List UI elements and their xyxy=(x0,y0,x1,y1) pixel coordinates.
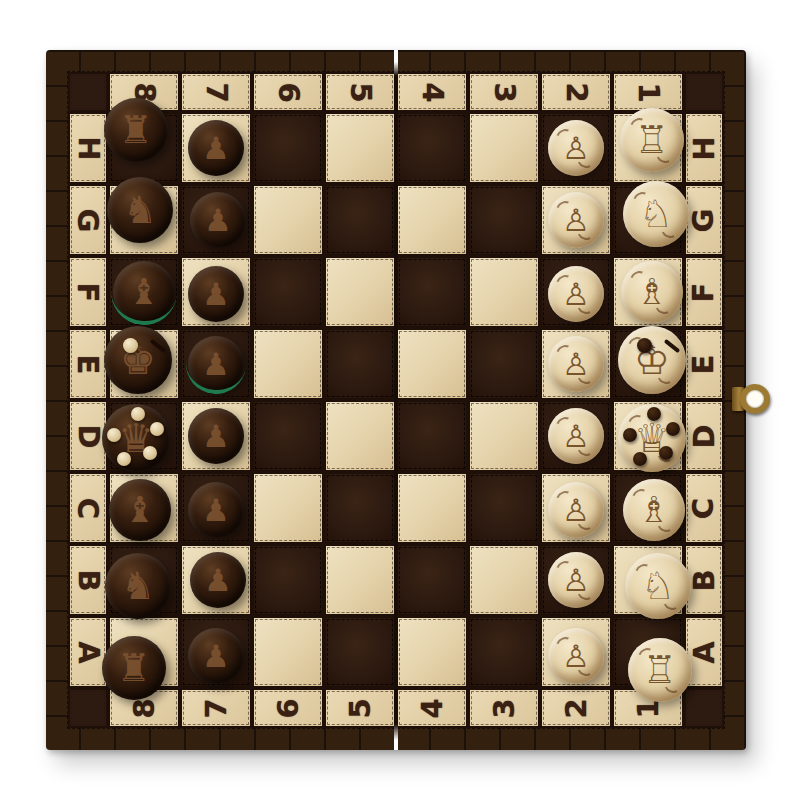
coordinate-label-left-A: A xyxy=(68,616,108,688)
square-e1[interactable]: ♔ xyxy=(612,328,684,400)
piece-white-pawn-d2[interactable]: ♙ xyxy=(548,408,604,464)
coordinate-label-right-D: D xyxy=(684,400,724,472)
square-g2[interactable]: ♙ xyxy=(540,184,612,256)
piece-black-pawn-g7[interactable]: ♟ xyxy=(190,192,246,248)
coordinate-text: 6 xyxy=(274,698,303,718)
pawn-glyph: ♙ xyxy=(562,641,590,672)
frame-corner-cell xyxy=(684,72,724,112)
coordinate-text: 2 xyxy=(562,82,591,102)
square-h6[interactable] xyxy=(252,112,324,184)
coordinate-label-left-C: C xyxy=(68,472,108,544)
square-a2[interactable]: ♙ xyxy=(540,616,612,688)
coordinate-text: 3 xyxy=(490,698,519,718)
coordinate-text: 5 xyxy=(346,698,375,718)
square-g1[interactable]: ♘ xyxy=(612,184,684,256)
coordinate-label-top-1: 1 xyxy=(612,72,684,112)
square-f3[interactable] xyxy=(468,256,540,328)
knight-glyph: ♘ xyxy=(639,195,673,233)
coordinate-text: 2 xyxy=(562,698,591,718)
rook-glyph: ♖ xyxy=(643,651,677,689)
square-f2[interactable]: ♙ xyxy=(540,256,612,328)
piece-black-knight-b8[interactable]: ♞ xyxy=(105,553,171,619)
coordinate-text: F xyxy=(690,282,719,302)
coordinate-text: 7 xyxy=(202,698,231,718)
coordinate-text: 5 xyxy=(346,82,375,102)
piece-white-knight-g1[interactable]: ♘ xyxy=(623,181,689,247)
square-b6[interactable] xyxy=(252,544,324,616)
coordinate-label-right-E: E xyxy=(684,328,724,400)
coordinate-label-left-H: H xyxy=(68,112,108,184)
square-h1[interactable]: ♖ xyxy=(612,112,684,184)
coordinate-label-left-G: G xyxy=(68,184,108,256)
coordinate-text: 4 xyxy=(418,82,447,102)
coordinate-label-bottom-4: 4 xyxy=(396,688,468,728)
coordinate-text: 3 xyxy=(490,82,519,102)
piece-white-pawn-f2[interactable]: ♙ xyxy=(548,266,604,322)
coordinate-label-top-4: 4 xyxy=(396,72,468,112)
coordinate-label-right-H: H xyxy=(684,112,724,184)
pawn-glyph: ♟ xyxy=(204,565,232,596)
piece-black-bishop-c8[interactable]: ♝ xyxy=(109,479,171,541)
coordinate-text: B xyxy=(689,569,718,591)
piece-black-queen-d8[interactable]: ♛ xyxy=(102,404,170,472)
coordinate-text: C xyxy=(689,497,718,518)
square-d1[interactable]: ♕ xyxy=(612,400,684,472)
piece-white-rook-h1[interactable]: ♖ xyxy=(620,108,684,172)
queen-glyph: ♕ xyxy=(634,418,670,458)
square-c3[interactable] xyxy=(468,472,540,544)
coordinate-label-right-C: C xyxy=(684,472,724,544)
square-e6[interactable] xyxy=(252,328,324,400)
piece-black-knight-g8[interactable]: ♞ xyxy=(107,177,173,243)
coordinate-label-right-F: F xyxy=(684,256,724,328)
coordinate-label-top-6: 6 xyxy=(252,72,324,112)
frame-corner-cell xyxy=(68,688,108,728)
pawn-glyph: ♙ xyxy=(562,495,590,526)
piece-black-pawn-d7[interactable]: ♟ xyxy=(188,408,244,464)
bishop-glyph: ♗ xyxy=(638,492,670,528)
square-d7[interactable]: ♟ xyxy=(180,400,252,472)
piece-white-pawn-b2[interactable]: ♙ xyxy=(548,552,604,608)
coordinate-text: H xyxy=(690,136,719,160)
square-g4[interactable] xyxy=(396,184,468,256)
piece-black-rook-a8[interactable]: ♜ xyxy=(102,636,166,700)
frame-corner-cell xyxy=(684,688,724,728)
square-g8[interactable]: ♞ xyxy=(108,184,180,256)
queen-glyph: ♛ xyxy=(118,418,154,458)
square-d3[interactable] xyxy=(468,400,540,472)
square-d5[interactable] xyxy=(324,400,396,472)
square-d6[interactable] xyxy=(252,400,324,472)
pawn-glyph: ♟ xyxy=(202,349,230,380)
coordinate-label-top-7: 7 xyxy=(180,72,252,112)
coordinate-label-bottom-7: 7 xyxy=(180,688,252,728)
coordinate-text: 8 xyxy=(130,698,159,718)
piece-black-king-e8[interactable]: ♚ xyxy=(104,326,172,394)
square-g6[interactable] xyxy=(252,184,324,256)
coordinate-text: E xyxy=(74,354,103,374)
pawn-glyph: ♙ xyxy=(562,133,590,164)
square-f8[interactable]: ♝ xyxy=(108,256,180,328)
bishop-glyph: ♝ xyxy=(128,274,160,310)
square-a4[interactable] xyxy=(396,616,468,688)
rook-glyph: ♜ xyxy=(119,111,153,149)
coordinate-text: G xyxy=(690,208,719,232)
square-g3[interactable] xyxy=(468,184,540,256)
square-h2[interactable]: ♙ xyxy=(540,112,612,184)
latch-clasp[interactable] xyxy=(732,380,766,418)
coordinate-text: H xyxy=(74,136,103,160)
piece-white-pawn-c2[interactable]: ♙ xyxy=(548,482,604,538)
piece-white-pawn-g2[interactable]: ♙ xyxy=(548,192,604,248)
pawn-glyph: ♟ xyxy=(204,205,232,236)
fold-seam xyxy=(394,50,398,750)
piece-white-king-e1[interactable]: ♔ xyxy=(618,326,686,394)
piece-white-pawn-h2[interactable]: ♙ xyxy=(548,120,604,176)
square-f1[interactable]: ♗ xyxy=(612,256,684,328)
coordinate-label-top-2: 2 xyxy=(540,72,612,112)
square-b8[interactable]: ♞ xyxy=(108,544,180,616)
coordinate-text: 6 xyxy=(274,82,303,102)
square-c5[interactable] xyxy=(324,472,396,544)
photo-background: 87654321H♜♟♙♖HG♞♟♙♘GF♝♟♙♗FE♚♟♙♔ED♛♟♙♕DC♝… xyxy=(0,0,800,800)
piece-black-rook-h8[interactable]: ♜ xyxy=(104,98,168,162)
square-f7[interactable]: ♟ xyxy=(180,256,252,328)
square-f4[interactable] xyxy=(396,256,468,328)
piece-white-bishop-f1[interactable]: ♗ xyxy=(621,261,683,323)
square-b2[interactable]: ♙ xyxy=(540,544,612,616)
bishop-glyph: ♝ xyxy=(124,492,156,528)
pawn-glyph: ♟ xyxy=(202,421,230,452)
coordinate-text: G xyxy=(74,208,103,232)
square-a7[interactable]: ♟ xyxy=(180,616,252,688)
square-h5[interactable] xyxy=(324,112,396,184)
square-e8[interactable]: ♚ xyxy=(108,328,180,400)
square-b7[interactable]: ♟ xyxy=(180,544,252,616)
coordinate-label-bottom-6: 6 xyxy=(252,688,324,728)
pawn-glyph: ♟ xyxy=(202,133,230,164)
latch-ring-icon xyxy=(740,384,770,414)
piece-black-pawn-b7[interactable]: ♟ xyxy=(190,552,246,608)
square-e7[interactable]: ♟ xyxy=(180,328,252,400)
piece-black-bishop-f8[interactable]: ♝ xyxy=(113,261,175,323)
coordinate-label-top-3: 3 xyxy=(468,72,540,112)
square-d2[interactable]: ♙ xyxy=(540,400,612,472)
square-e2[interactable]: ♙ xyxy=(540,328,612,400)
rook-glyph: ♜ xyxy=(117,649,151,687)
square-a3[interactable] xyxy=(468,616,540,688)
coordinate-text: E xyxy=(690,354,719,374)
piece-white-pawn-a2[interactable]: ♙ xyxy=(548,628,604,684)
square-d8[interactable]: ♛ xyxy=(108,400,180,472)
square-b5[interactable] xyxy=(324,544,396,616)
pawn-glyph: ♙ xyxy=(562,421,590,452)
pawn-glyph: ♙ xyxy=(562,205,590,236)
square-b4[interactable] xyxy=(396,544,468,616)
knight-glyph: ♞ xyxy=(123,191,157,229)
chess-board: 87654321H♜♟♙♖HG♞♟♙♘GF♝♟♙♗FE♚♟♙♔ED♛♟♙♕DC♝… xyxy=(46,50,746,750)
rook-glyph: ♖ xyxy=(635,121,669,159)
pawn-glyph: ♙ xyxy=(562,279,590,310)
square-e5[interactable] xyxy=(324,328,396,400)
piece-white-rook-a1[interactable]: ♖ xyxy=(628,638,692,702)
square-a8[interactable]: ♜ xyxy=(108,616,180,688)
square-c4[interactable] xyxy=(396,472,468,544)
square-e4[interactable] xyxy=(396,328,468,400)
piece-black-pawn-f7[interactable]: ♟ xyxy=(188,266,244,322)
bishop-glyph: ♗ xyxy=(636,274,668,310)
coordinate-label-bottom-2: 2 xyxy=(540,688,612,728)
coordinate-text: D xyxy=(689,424,718,448)
coordinate-text: 1 xyxy=(634,82,663,102)
coordinate-label-top-5: 5 xyxy=(324,72,396,112)
square-c2[interactable]: ♙ xyxy=(540,472,612,544)
coordinate-label-bottom-5: 5 xyxy=(324,688,396,728)
square-g7[interactable]: ♟ xyxy=(180,184,252,256)
square-b1[interactable]: ♘ xyxy=(612,544,684,616)
pawn-glyph: ♟ xyxy=(202,495,230,526)
square-h7[interactable]: ♟ xyxy=(180,112,252,184)
coordinate-text: F xyxy=(74,282,103,302)
square-h3[interactable] xyxy=(468,112,540,184)
piece-black-pawn-a7[interactable]: ♟ xyxy=(188,628,244,684)
coordinate-text: A xyxy=(689,641,718,663)
coordinate-label-left-B: B xyxy=(68,544,108,616)
square-a1[interactable]: ♖ xyxy=(612,616,684,688)
square-h4[interactable] xyxy=(396,112,468,184)
square-h8[interactable]: ♜ xyxy=(108,112,180,184)
piece-white-bishop-c1[interactable]: ♗ xyxy=(623,479,685,541)
square-b3[interactable] xyxy=(468,544,540,616)
square-a6[interactable] xyxy=(252,616,324,688)
coordinate-text: D xyxy=(73,424,102,448)
piece-white-queen-d1[interactable]: ♕ xyxy=(618,404,686,472)
square-a5[interactable] xyxy=(324,616,396,688)
square-c7[interactable]: ♟ xyxy=(180,472,252,544)
pawn-glyph: ♙ xyxy=(562,349,590,380)
coordinate-text: C xyxy=(73,497,102,518)
piece-white-knight-b1[interactable]: ♘ xyxy=(625,553,691,619)
knight-glyph: ♘ xyxy=(641,567,675,605)
piece-black-pawn-c7[interactable]: ♟ xyxy=(188,482,244,538)
piece-black-pawn-h7[interactable]: ♟ xyxy=(188,120,244,176)
square-e3[interactable] xyxy=(468,328,540,400)
piece-white-pawn-e2[interactable]: ♙ xyxy=(548,336,604,392)
square-f6[interactable] xyxy=(252,256,324,328)
knight-glyph: ♞ xyxy=(121,567,155,605)
coordinate-label-bottom-3: 3 xyxy=(468,688,540,728)
frame-corner-cell xyxy=(68,72,108,112)
coordinate-text: B xyxy=(73,569,102,591)
coordinate-text: A xyxy=(73,641,102,663)
coordinate-label-right-G: G xyxy=(684,184,724,256)
pawn-glyph: ♙ xyxy=(562,565,590,596)
square-c8[interactable]: ♝ xyxy=(108,472,180,544)
coordinate-text: 4 xyxy=(418,698,447,718)
coordinate-label-left-E: E xyxy=(68,328,108,400)
square-c1[interactable]: ♗ xyxy=(612,472,684,544)
piece-black-pawn-e7[interactable]: ♟ xyxy=(188,336,244,392)
square-c6[interactable] xyxy=(252,472,324,544)
coordinate-text: 7 xyxy=(202,82,231,102)
coordinate-label-left-F: F xyxy=(68,256,108,328)
square-d4[interactable] xyxy=(396,400,468,472)
square-f5[interactable] xyxy=(324,256,396,328)
pawn-glyph: ♟ xyxy=(202,641,230,672)
square-g5[interactable] xyxy=(324,184,396,256)
pawn-glyph: ♟ xyxy=(202,279,230,310)
